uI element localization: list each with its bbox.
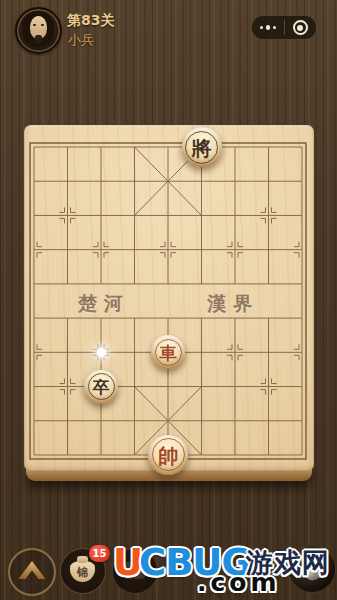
piece-red-chariot[interactable]: 車 [151, 335, 185, 369]
board-face[interactable]: 楚河 漢界 將車卒帥 [24, 125, 314, 471]
coin-count-label: 40 [226, 563, 241, 576]
bottom-right-button[interactable] [288, 545, 336, 593]
xiangqi-board[interactable]: 楚河 漢界 將車卒帥 [24, 125, 314, 471]
avatar-portrait-beard [35, 35, 42, 43]
player-avatar[interactable] [15, 7, 62, 54]
target-circle-icon [293, 20, 308, 35]
hint-bag-button[interactable]: 锦 15 [60, 548, 106, 594]
minimize-button[interactable] [285, 16, 317, 39]
more-menu-button[interactable] [252, 16, 284, 39]
piece-glyph: 帥 [158, 445, 178, 465]
swirl-icon [298, 552, 325, 583]
chevron-up-icon [10, 550, 54, 594]
collapse-button[interactable] [8, 548, 56, 596]
pieces-layer: 將車卒帥 [24, 125, 314, 471]
piece-glyph: 將 [192, 138, 212, 158]
piece-glyph: 車 [160, 344, 177, 361]
level-title: 第83关 [67, 12, 114, 30]
tool-button[interactable] [112, 548, 158, 594]
tool-icon [124, 562, 145, 579]
more-dots-icon [260, 25, 277, 30]
game-screen: 第83关 小兵 楚河 漢界 將車卒帥 锦 [0, 0, 337, 600]
piece-black-general[interactable]: 將 [182, 127, 222, 167]
wechat-capsule [251, 15, 317, 40]
player-rank: 小兵 [68, 31, 94, 49]
hint-count-badge: 15 [89, 545, 110, 562]
money-bag-icon: 锦 [70, 561, 95, 582]
piece-glyph: 卒 [93, 379, 110, 396]
piece-black-soldier[interactable]: 卒 [84, 370, 118, 404]
piece-red-general[interactable]: 帥 [148, 435, 188, 475]
move-highlight-dot [97, 348, 106, 357]
